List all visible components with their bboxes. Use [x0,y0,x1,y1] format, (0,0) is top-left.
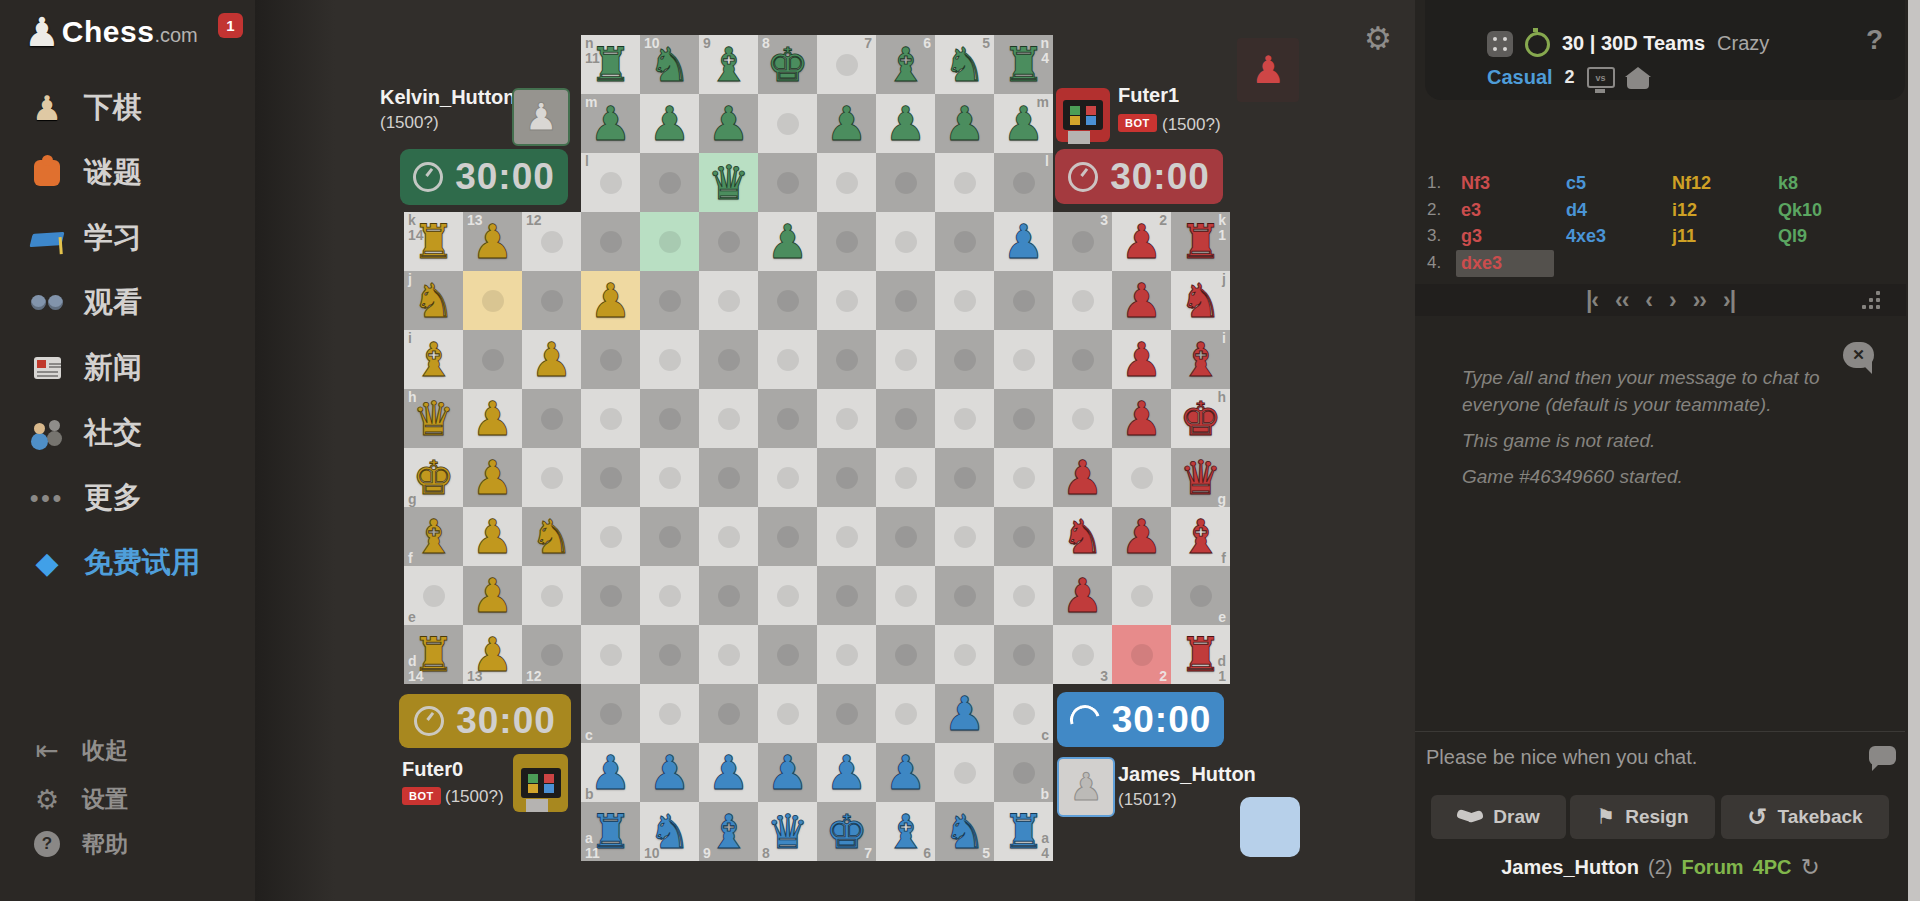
red-pawn[interactable]: ♟ [1053,448,1112,507]
avatar-red[interactable] [1056,88,1110,142]
square-n8[interactable]: ♚8 [758,35,817,94]
yellow-bishop[interactable]: ♝ [404,330,463,389]
square-i13[interactable] [463,330,522,389]
square-l8[interactable] [758,153,817,212]
sidebar-item-trial[interactable]: ◆免费试用 [0,534,255,592]
square-l5[interactable] [935,153,994,212]
square-c5[interactable]: ♟ [935,684,994,743]
square-b11[interactable]: ♟b [581,743,640,802]
square-c11[interactable]: c [581,684,640,743]
square-d7[interactable] [817,625,876,684]
blue-pawn[interactable]: ♟ [876,743,935,802]
back-icon[interactable]: ‹ [1645,288,1652,312]
blue-pawn[interactable]: ♟ [699,743,758,802]
learn-cap-icon [29,231,64,246]
coord-letter: d [1217,654,1226,668]
square-k12[interactable]: 12 [522,212,581,271]
square-b7[interactable]: ♟ [817,743,876,802]
square-h6[interactable] [876,389,935,448]
square-j9[interactable] [699,271,758,330]
square-dot [895,231,917,253]
square-j8[interactable] [758,271,817,330]
square-i7[interactable] [817,330,876,389]
square-c9[interactable] [699,684,758,743]
player-name-green[interactable]: Kelvin_Hutton [380,86,516,109]
green-pawn[interactable]: ♟ [876,94,935,153]
square-f14[interactable]: ♝f [404,507,463,566]
square-e6[interactable] [876,566,935,625]
move-yellow-j11[interactable]: j11 [1672,226,1696,246]
square-e5[interactable] [935,566,994,625]
square-e12[interactable] [522,566,581,625]
clock-icon [414,706,444,736]
square-dot [1072,231,1094,253]
square-k10[interactable] [640,212,699,271]
square-d10[interactable] [640,625,699,684]
square-c10[interactable] [640,684,699,743]
draw-button[interactable]: Draw [1431,795,1566,839]
square-d6[interactable] [876,625,935,684]
clock-blue-active: 30:00 [1057,692,1224,747]
square-h8[interactable] [758,389,817,448]
square-f5[interactable] [935,507,994,566]
chat-bubble-icon[interactable] [1869,746,1896,765]
square-c7[interactable] [817,684,876,743]
yellow-knight[interactable]: ♞ [522,507,581,566]
square-g14[interactable]: ♚g [404,448,463,507]
square-g10[interactable] [640,448,699,507]
square-e14[interactable]: e [404,566,463,625]
sidebar-footer-settings[interactable]: ⚙设置 [0,782,255,816]
sidebar-footer-help[interactable]: ?帮助 [0,827,255,861]
move-blue-4xe3[interactable]: 4xe3 [1566,226,1606,246]
chat-line: This game is not rated. [1462,427,1898,454]
red-pawn[interactable]: ♟ [1112,389,1171,448]
square-i1[interactable]: ♝i [1171,330,1230,389]
square-e8[interactable] [758,566,817,625]
square-i14[interactable]: ♝i [404,330,463,389]
bot-badge-red: BOT [1118,114,1157,132]
square-k7[interactable] [817,212,876,271]
square-f12[interactable]: ♞ [522,507,581,566]
square-c6[interactable] [876,684,935,743]
square-dot [659,644,681,666]
green-pawn[interactable]: ♟ [758,212,817,271]
square-dot [600,703,622,725]
back-fast-icon[interactable]: ‹‹ [1615,288,1628,312]
square-j7[interactable] [817,271,876,330]
square-b4[interactable]: b [994,743,1053,802]
square-dot [600,644,622,666]
square-l6[interactable] [876,153,935,212]
scrollbar-track[interactable] [1908,0,1920,901]
player-name-yellow[interactable]: Futer0 [402,758,463,781]
offboard-corner [463,802,522,861]
square-n5[interactable]: ♞5 [935,35,994,94]
square-i4[interactable] [994,330,1053,389]
square-n6[interactable]: ♝6 [876,35,935,94]
green-queen[interactable]: ♛ [699,153,758,212]
square-h14[interactable]: ♛h [404,389,463,448]
square-a4[interactable]: ♜a4 [994,802,1053,861]
avatar-blue[interactable]: ♟ [1057,757,1115,817]
square-a8[interactable]: ♛8 [758,802,817,861]
square-a6[interactable]: ♝6 [876,802,935,861]
forward-fast-icon[interactable]: ›› [1693,288,1706,312]
square-d4[interactable] [994,625,1053,684]
blue-pawn[interactable]: ♟ [935,684,994,743]
square-g5[interactable] [935,448,994,507]
square-i12[interactable]: ♟ [522,330,581,389]
square-e10[interactable] [640,566,699,625]
square-dot [777,644,799,666]
square-d13[interactable]: ♟13 [463,625,522,684]
square-c8[interactable] [758,684,817,743]
red-knight[interactable]: ♞ [1053,507,1112,566]
square-n7[interactable]: 7 [817,35,876,94]
square-dot [836,349,858,371]
red-pawn[interactable]: ♟ [1053,566,1112,625]
yellow-pawn[interactable]: ♟ [463,566,522,625]
social-icon [31,420,63,446]
square-b10[interactable]: ♟ [640,743,699,802]
blue-pawn[interactable]: ♟ [817,743,876,802]
square-h10[interactable] [640,389,699,448]
square-l7[interactable] [817,153,876,212]
square-l4[interactable]: l [994,153,1053,212]
square-i9[interactable] [699,330,758,389]
square-e11[interactable] [581,566,640,625]
coord-letter: i [408,331,412,345]
coord-letter: l [585,154,589,168]
coord-letter: e [1218,610,1226,624]
coord-number: 3 [1100,669,1108,683]
square-m7[interactable]: ♟ [817,94,876,153]
expand-grid-icon[interactable] [1862,295,1878,309]
blue-pawn[interactable]: ♟ [640,743,699,802]
square-k6[interactable] [876,212,935,271]
square-n11[interactable]: ♜n11 [581,35,640,94]
square-g7[interactable] [817,448,876,507]
move-red-e3[interactable]: e3 [1461,200,1481,220]
move-red-dxe3[interactable]: dxe3 [1456,250,1554,277]
casual-link[interactable]: Casual [1487,66,1553,89]
square-g3[interactable]: ♟ [1053,448,1112,507]
yellow-pawn[interactable]: ♟ [463,448,522,507]
square-j1[interactable]: ♞j [1171,271,1230,330]
chesscom-logo[interactable]: ♟ Chess .com [24,8,198,56]
sidebar-item-social[interactable]: 社交 [0,404,255,462]
square-dot [718,585,740,607]
square-g11[interactable] [581,448,640,507]
square-n9[interactable]: ♝9 [699,35,758,94]
square-i6[interactable] [876,330,935,389]
square-f4[interactable] [994,507,1053,566]
coord-number: 5 [982,846,990,860]
notification-badge[interactable]: 1 [218,13,243,38]
square-j5[interactable] [935,271,994,330]
move-red-g3[interactable]: g3 [1461,226,1482,246]
square-j4[interactable] [994,271,1053,330]
square-dot [954,644,976,666]
sidebar: ♟ Chess .com 1 ♟下棋谜题学习观看新闻社交•••更多◆免费试用⇤收… [0,0,255,901]
square-h11[interactable] [581,389,640,448]
square-k9[interactable] [699,212,758,271]
square-dot [718,703,740,725]
green-pawn[interactable]: ♟ [817,94,876,153]
red-pawn[interactable]: ♟ [1112,330,1171,389]
chat-messages: Type /all and then your message to chat … [1462,364,1898,499]
move-number: 3. [1427,226,1441,246]
coord-letter: g [408,492,417,506]
board-settings-gear-icon[interactable]: ⚙ [1364,20,1392,56]
square-b6[interactable]: ♟ [876,743,935,802]
sidebar-item-news[interactable]: 新闻 [0,339,255,397]
green-pawn[interactable]: ♟ [935,94,994,153]
refresh-icon[interactable]: ↻ [1801,854,1820,880]
coord-letter: k [408,213,416,227]
square-d5[interactable] [935,625,994,684]
square-dot [1013,467,1035,489]
square-l11[interactable]: l [581,153,640,212]
forward-icon[interactable]: › [1669,288,1676,312]
coord-number: 7 [864,846,872,860]
square-f8[interactable] [758,507,817,566]
square-j6[interactable] [876,271,935,330]
square-d1[interactable]: ♜d1 [1171,625,1230,684]
square-d9[interactable] [699,625,758,684]
takeback-button[interactable]: ↺ Takeback [1721,795,1889,839]
square-g8[interactable] [758,448,817,507]
status-bar: James_Hutton (2) Forum 4PC ↻ [1415,854,1906,880]
square-g9[interactable] [699,448,758,507]
move-red-Nf3[interactable]: Nf3 [1461,173,1490,193]
yellow-pawn[interactable]: ♟ [581,271,640,330]
square-j11[interactable]: ♟ [581,271,640,330]
sidebar-item-more[interactable]: •••更多 [0,469,255,527]
square-a5[interactable]: ♞5 [935,802,994,861]
square-g6[interactable] [876,448,935,507]
square-g4[interactable] [994,448,1053,507]
square-j10[interactable] [640,271,699,330]
blue-pawn[interactable]: ♟ [758,743,817,802]
square-e13[interactable]: ♟ [463,566,522,625]
sidebar-item-learn[interactable]: 学习 [0,209,255,267]
coord-number: 10 [644,846,660,860]
square-h3[interactable] [1053,389,1112,448]
square-dot [1013,703,1035,725]
square-j13[interactable] [463,271,522,330]
move-blue-c5[interactable]: c5 [1566,173,1586,193]
square-h2[interactable]: ♟ [1112,389,1171,448]
forum-link[interactable]: Forum [1681,856,1743,879]
square-d14[interactable]: ♜d14 [404,625,463,684]
square-n4[interactable]: ♜n4 [994,35,1053,94]
square-f7[interactable] [817,507,876,566]
close-x: ✕ [1852,346,1865,364]
player-name-blue[interactable]: James_Hutton [1118,763,1256,786]
green-pawn[interactable]: ♟ [640,94,699,153]
square-j3[interactable] [1053,271,1112,330]
move-number: 4. [1427,253,1441,273]
square-dot [718,526,740,548]
square-f1[interactable]: ♝f [1171,507,1230,566]
square-i10[interactable] [640,330,699,389]
blue-selection-square[interactable] [1240,797,1300,857]
square-h1[interactable]: ♚h [1171,389,1230,448]
avatar-green[interactable]: ♟ [512,88,570,146]
square-d3[interactable]: 3 [1053,625,1112,684]
square-e2[interactable] [1112,566,1171,625]
sidebar-item-puzzle[interactable]: 谜题 [0,144,255,202]
square-a7[interactable]: ♚7 [817,802,876,861]
coord-number: 12 [526,213,542,227]
square-h4[interactable] [994,389,1053,448]
square-i11[interactable] [581,330,640,389]
red-pawn[interactable]: ♟ [1112,271,1171,330]
square-h9[interactable] [699,389,758,448]
square-m9[interactable]: ♟ [699,94,758,153]
yellow-pawn[interactable]: ♟ [522,330,581,389]
move-yellow-i12[interactable]: i12 [1672,200,1697,220]
square-d2[interactable]: 2 [1112,625,1171,684]
move-blue-d4[interactable]: d4 [1566,200,1587,220]
clock-red: 30:00 [1055,149,1223,204]
square-dot [1013,526,1035,548]
square-d8[interactable] [758,625,817,684]
help-icon[interactable]: ? [1866,24,1883,56]
square-a9[interactable]: ♝9 [699,802,758,861]
square-dot [1013,408,1035,430]
square-dot [1190,585,1212,607]
square-b5[interactable] [935,743,994,802]
square-m4[interactable]: ♟m [994,94,1053,153]
square-k14[interactable]: ♜k14 [404,212,463,271]
player-rating-red: (1500?) [1162,115,1221,135]
square-m5[interactable]: ♟ [935,94,994,153]
square-f13[interactable]: ♟ [463,507,522,566]
square-k3[interactable]: 3 [1053,212,1112,271]
square-f3[interactable]: ♞ [1053,507,1112,566]
yellow-pawn[interactable]: ♟ [463,389,522,448]
square-j14[interactable]: ♞j [404,271,463,330]
sidebar-item-play[interactable]: ♟下棋 [0,79,255,137]
square-i3[interactable] [1053,330,1112,389]
square-k13[interactable]: ♟13 [463,212,522,271]
square-i2[interactable]: ♟ [1112,330,1171,389]
square-dot [895,467,917,489]
square-dot [600,172,622,194]
sidebar-item-watch[interactable]: 观看 [0,274,255,332]
square-g12[interactable] [522,448,581,507]
go-end-icon[interactable]: ›| [1723,288,1735,312]
square-k1[interactable]: ♜k1 [1171,212,1230,271]
square-h13[interactable]: ♟ [463,389,522,448]
square-h12[interactable] [522,389,581,448]
square-dot [895,172,917,194]
coord-letter: k [1218,213,1226,227]
square-d12[interactable]: 12 [522,625,581,684]
home-icon[interactable] [1627,77,1649,89]
coord-letter: d [408,654,417,668]
chat-input[interactable] [1424,741,1848,773]
player-name-red[interactable]: Futer1 [1118,84,1179,107]
square-d11[interactable] [581,625,640,684]
move-yellow-Nf12[interactable]: Nf12 [1672,173,1711,193]
square-k2[interactable]: ♟2 [1112,212,1171,271]
square-f9[interactable] [699,507,758,566]
square-b8[interactable]: ♟ [758,743,817,802]
square-f2[interactable]: ♟ [1112,507,1171,566]
square-h7[interactable] [817,389,876,448]
square-l10[interactable] [640,153,699,212]
square-a10[interactable]: ♞10 [640,802,699,861]
go-start-icon[interactable]: |‹ [1586,288,1598,312]
square-f10[interactable] [640,507,699,566]
square-k8[interactable]: ♟ [758,212,817,271]
coord-number: 14 [408,228,424,242]
yellow-pawn[interactable]: ♟ [463,507,522,566]
square-k5[interactable] [935,212,994,271]
square-m8[interactable] [758,94,817,153]
move-green-Qk10[interactable]: Qk10 [1778,200,1822,220]
yellow-knight[interactable]: ♞ [404,271,463,330]
square-e4[interactable] [994,566,1053,625]
vs-screen-icon [1587,67,1615,88]
square-h5[interactable] [935,389,994,448]
square-dot [777,172,799,194]
square-g2[interactable] [1112,448,1171,507]
square-c4[interactable]: c [994,684,1053,743]
square-k11[interactable] [581,212,640,271]
square-dot [1013,762,1035,784]
square-g1[interactable]: ♛g [1171,448,1230,507]
resign-button[interactable]: ⚑ Resign [1570,795,1715,839]
move-green-Ql9[interactable]: Ql9 [1778,226,1807,246]
square-f6[interactable] [876,507,935,566]
green-pawn[interactable]: ♟ [699,94,758,153]
red-pawn[interactable]: ♟ [1112,507,1171,566]
square-a11[interactable]: ♜a11 [581,802,640,861]
square-n10[interactable]: ♞10 [640,35,699,94]
square-i5[interactable] [935,330,994,389]
square-dot [954,231,976,253]
game-tag[interactable]: 4PC [1753,856,1792,879]
square-e1[interactable]: e [1171,566,1230,625]
sidebar-footer-collapse[interactable]: ⇤收起 [0,733,255,767]
move-number: 1. [1427,173,1441,193]
square-e9[interactable] [699,566,758,625]
square-dot [718,467,740,489]
square-m6[interactable]: ♟ [876,94,935,153]
square-j2[interactable]: ♟ [1112,271,1171,330]
move-green-k8[interactable]: k8 [1778,173,1798,193]
square-e7[interactable] [817,566,876,625]
square-i8[interactable] [758,330,817,389]
sidebar-item-label: 下棋 [84,88,142,128]
square-k4[interactable]: ♟ [994,212,1053,271]
square-g13[interactable]: ♟ [463,448,522,507]
square-j12[interactable] [522,271,581,330]
avatar-yellow[interactable] [513,754,568,812]
square-b9[interactable]: ♟ [699,743,758,802]
square-f11[interactable] [581,507,640,566]
square-m10[interactable]: ♟ [640,94,699,153]
square-l9[interactable]: ♛ [699,153,758,212]
blue-pawn[interactable]: ♟ [994,212,1053,271]
square-e3[interactable]: ♟ [1053,566,1112,625]
square-m11[interactable]: ♟m [581,94,640,153]
